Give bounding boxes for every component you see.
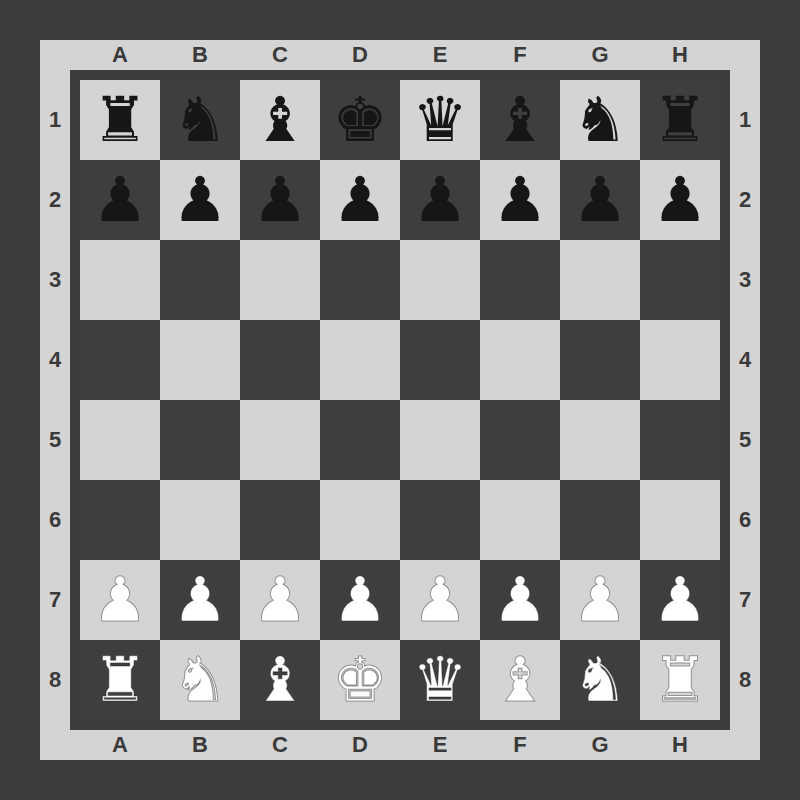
rank-label-3: 3 (40, 240, 70, 320)
file-label-a: A (80, 40, 160, 70)
square-f2[interactable]: ♟ (480, 160, 560, 240)
square-a1[interactable]: ♜ (80, 80, 160, 160)
square-g7[interactable]: ♟ (560, 560, 640, 640)
square-f5[interactable] (480, 400, 560, 480)
file-label-c: C (240, 40, 320, 70)
piece-black-pawn[interactable]: ♟ (172, 160, 228, 240)
square-d2[interactable]: ♟ (320, 160, 400, 240)
piece-white-pawn[interactable]: ♟ (412, 560, 468, 640)
rank-label-7: 7 (730, 560, 760, 640)
square-b8[interactable]: ♞ (160, 640, 240, 720)
square-a3[interactable] (80, 240, 160, 320)
piece-black-rook[interactable]: ♜ (652, 80, 708, 160)
square-d4[interactable] (320, 320, 400, 400)
piece-black-pawn[interactable]: ♟ (332, 160, 388, 240)
square-h6[interactable] (640, 480, 720, 560)
square-d5[interactable] (320, 400, 400, 480)
square-g2[interactable]: ♟ (560, 160, 640, 240)
rank-label-4: 4 (730, 320, 760, 400)
square-d7[interactable]: ♟ (320, 560, 400, 640)
piece-black-knight[interactable]: ♞ (572, 80, 628, 160)
square-b4[interactable] (160, 320, 240, 400)
square-b7[interactable]: ♟ (160, 560, 240, 640)
piece-black-king[interactable]: ♚ (332, 80, 388, 160)
piece-black-bishop[interactable]: ♝ (492, 80, 548, 160)
piece-black-pawn[interactable]: ♟ (92, 160, 148, 240)
piece-white-pawn[interactable]: ♟ (652, 560, 708, 640)
square-a6[interactable] (80, 480, 160, 560)
rank-label-7: 7 (40, 560, 70, 640)
file-label-h: H (640, 730, 720, 760)
piece-white-rook[interactable]: ♜ (92, 640, 148, 720)
square-h3[interactable] (640, 240, 720, 320)
rank-label-8: 8 (730, 640, 760, 720)
square-b6[interactable] (160, 480, 240, 560)
rank-label-8: 8 (40, 640, 70, 720)
rank-label-3: 3 (730, 240, 760, 320)
square-c6[interactable] (240, 480, 320, 560)
piece-white-pawn[interactable]: ♟ (252, 560, 308, 640)
square-f3[interactable] (480, 240, 560, 320)
piece-black-bishop[interactable]: ♝ (252, 80, 308, 160)
piece-black-rook[interactable]: ♜ (92, 80, 148, 160)
square-h4[interactable] (640, 320, 720, 400)
square-g8[interactable]: ♞ (560, 640, 640, 720)
file-label-c: C (240, 730, 320, 760)
file-label-f: F (480, 40, 560, 70)
piece-white-bishop[interactable]: ♝ (252, 640, 308, 720)
file-label-b: B (160, 40, 240, 70)
piece-black-pawn[interactable]: ♟ (572, 160, 628, 240)
piece-white-pawn[interactable]: ♟ (332, 560, 388, 640)
rank-label-5: 5 (40, 400, 70, 480)
piece-white-pawn[interactable]: ♟ (572, 560, 628, 640)
piece-black-pawn[interactable]: ♟ (412, 160, 468, 240)
square-c8[interactable]: ♝ (240, 640, 320, 720)
file-label-e: E (400, 730, 480, 760)
square-a2[interactable]: ♟ (80, 160, 160, 240)
file-label-h: H (640, 40, 720, 70)
square-e4[interactable] (400, 320, 480, 400)
square-c3[interactable] (240, 240, 320, 320)
rank-label-1: 1 (40, 80, 70, 160)
square-f4[interactable] (480, 320, 560, 400)
square-b1[interactable]: ♞ (160, 80, 240, 160)
rank-label-6: 6 (730, 480, 760, 560)
square-g5[interactable] (560, 400, 640, 480)
rank-labels-left: 12345678 (40, 80, 70, 720)
file-label-e: E (400, 40, 480, 70)
square-a8[interactable]: ♜ (80, 640, 160, 720)
piece-white-bishop[interactable]: ♝ (492, 640, 548, 720)
square-a5[interactable] (80, 400, 160, 480)
square-f6[interactable] (480, 480, 560, 560)
file-label-d: D (320, 40, 400, 70)
square-e8[interactable]: ♛ (400, 640, 480, 720)
square-g4[interactable] (560, 320, 640, 400)
piece-black-pawn[interactable]: ♟ (492, 160, 548, 240)
file-label-g: G (560, 40, 640, 70)
piece-white-rook[interactable]: ♜ (652, 640, 708, 720)
piece-black-pawn[interactable]: ♟ (652, 160, 708, 240)
square-a4[interactable] (80, 320, 160, 400)
square-e1[interactable]: ♛ (400, 80, 480, 160)
square-d1[interactable]: ♚ (320, 80, 400, 160)
square-b2[interactable]: ♟ (160, 160, 240, 240)
file-label-a: A (80, 730, 160, 760)
square-f1[interactable]: ♝ (480, 80, 560, 160)
board-frame: ABCDEFGH 12345678 12345678 ABCDEFGH ♜♞♝♚… (40, 40, 760, 760)
piece-black-pawn[interactable]: ♟ (252, 160, 308, 240)
piece-black-knight[interactable]: ♞ (172, 80, 228, 160)
piece-white-knight[interactable]: ♞ (572, 640, 628, 720)
square-h5[interactable] (640, 400, 720, 480)
square-c7[interactable]: ♟ (240, 560, 320, 640)
square-h7[interactable]: ♟ (640, 560, 720, 640)
piece-black-queen[interactable]: ♛ (412, 80, 468, 160)
square-e3[interactable] (400, 240, 480, 320)
piece-white-pawn[interactable]: ♟ (172, 560, 228, 640)
square-c4[interactable] (240, 320, 320, 400)
file-label-f: F (480, 730, 560, 760)
file-label-b: B (160, 730, 240, 760)
square-b3[interactable] (160, 240, 240, 320)
square-g1[interactable]: ♞ (560, 80, 640, 160)
file-label-d: D (320, 730, 400, 760)
file-labels-top: ABCDEFGH (80, 40, 720, 70)
piece-white-pawn[interactable]: ♟ (492, 560, 548, 640)
square-h1[interactable]: ♜ (640, 80, 720, 160)
file-label-g: G (560, 730, 640, 760)
rank-label-1: 1 (730, 80, 760, 160)
rank-labels-right: 12345678 (730, 80, 760, 720)
chess-board: ♜♞♝♚♛♝♞♜♟♟♟♟♟♟♟♟♟♟♟♟♟♟♟♟♜♞♝♚♛♝♞♜ (70, 70, 730, 730)
square-c5[interactable] (240, 400, 320, 480)
rank-label-2: 2 (730, 160, 760, 240)
square-e5[interactable] (400, 400, 480, 480)
square-e6[interactable] (400, 480, 480, 560)
square-e2[interactable]: ♟ (400, 160, 480, 240)
rank-label-2: 2 (40, 160, 70, 240)
square-e7[interactable]: ♟ (400, 560, 480, 640)
square-d8[interactable]: ♚ (320, 640, 400, 720)
square-f8[interactable]: ♝ (480, 640, 560, 720)
square-f7[interactable]: ♟ (480, 560, 560, 640)
rank-label-4: 4 (40, 320, 70, 400)
square-g3[interactable] (560, 240, 640, 320)
square-c2[interactable]: ♟ (240, 160, 320, 240)
square-h8[interactable]: ♜ (640, 640, 720, 720)
chess-diagram: ABCDEFGH 12345678 12345678 ABCDEFGH ♜♞♝♚… (0, 0, 800, 800)
square-d3[interactable] (320, 240, 400, 320)
square-b5[interactable] (160, 400, 240, 480)
square-g6[interactable] (560, 480, 640, 560)
square-c1[interactable]: ♝ (240, 80, 320, 160)
square-d6[interactable] (320, 480, 400, 560)
rank-label-5: 5 (730, 400, 760, 480)
piece-white-queen[interactable]: ♛ (412, 640, 468, 720)
square-a7[interactable]: ♟ (80, 560, 160, 640)
file-labels-bottom: ABCDEFGH (80, 730, 720, 760)
piece-white-king[interactable]: ♚ (332, 640, 388, 720)
rank-label-6: 6 (40, 480, 70, 560)
piece-white-knight[interactable]: ♞ (172, 640, 228, 720)
square-h2[interactable]: ♟ (640, 160, 720, 240)
piece-white-pawn[interactable]: ♟ (92, 560, 148, 640)
